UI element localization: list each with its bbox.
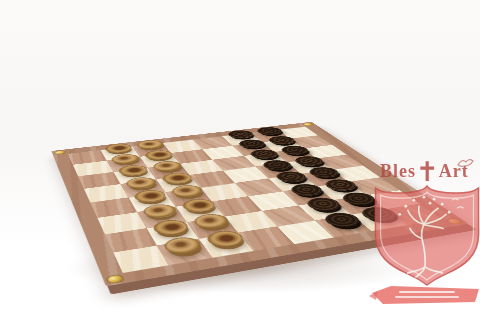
dark-checker — [225, 129, 257, 139]
light-checker — [116, 164, 150, 177]
brass-screw-icon — [55, 150, 66, 154]
brass-screw-icon — [107, 275, 124, 284]
dove-icon — [456, 156, 476, 170]
dark-checker — [356, 205, 401, 222]
light-checker — [103, 143, 134, 154]
banner-ribbon — [372, 286, 479, 304]
brand-suffix: Art — [439, 161, 469, 181]
light-checker — [132, 189, 170, 204]
brass-screw-icon — [302, 123, 314, 126]
banner-watermark — [369, 281, 480, 309]
bird-icons — [452, 199, 463, 209]
dark-checker — [254, 126, 286, 136]
light-checker — [135, 139, 166, 150]
brass-screw-icon — [446, 218, 463, 225]
photo-scene: Bles✝Art — [0, 0, 480, 310]
banner-text-line — [395, 296, 459, 298]
board-grid — [68, 127, 443, 273]
dark-checker — [265, 135, 298, 145]
dark-checker — [291, 155, 328, 167]
banner-text-line — [399, 291, 455, 293]
cross-icon: ✝ — [416, 161, 439, 183]
light-checker — [190, 212, 232, 230]
